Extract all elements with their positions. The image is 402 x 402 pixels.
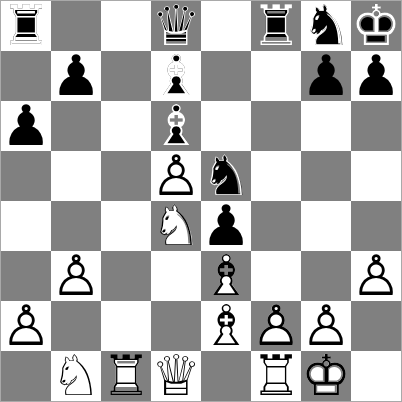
piece-fill-glyph: ♞ (201, 151, 251, 201)
square-g4[interactable] (301, 201, 351, 251)
piece-fill-glyph: ♛ (151, 351, 201, 401)
piece-outline-glyph: ♙ (251, 301, 301, 351)
piece-outline-glyph: ♗ (201, 251, 251, 301)
square-c6[interactable] (101, 101, 151, 151)
piece-black-rook[interactable]: ♜♖ (251, 1, 301, 51)
piece-fill-glyph: ♟ (251, 301, 301, 351)
square-f2[interactable]: ♟♙ (251, 301, 301, 351)
piece-fill-glyph: ♟ (201, 201, 251, 251)
piece-outline-glyph: ♖ (1, 1, 51, 51)
square-h6[interactable] (351, 101, 401, 151)
piece-fill-glyph: ♛ (151, 1, 201, 51)
piece-white-pawn[interactable]: ♟♙ (251, 301, 301, 351)
square-g6[interactable] (301, 101, 351, 151)
piece-fill-glyph: ♚ (301, 351, 351, 401)
square-a3[interactable] (1, 251, 51, 301)
piece-outline-glyph: ♘ (51, 351, 101, 401)
piece-fill-glyph: ♝ (151, 51, 201, 101)
square-c7[interactable] (101, 51, 151, 101)
chess-board: ♜♖♛♕♜♖♞♘♚♔♟♝♗♟♟♟♝♗♟♙♞♘♞♘♟♟♙♝♗♟♙♟♙♝♗♟♙♟♙♞… (1, 1, 401, 401)
square-e8[interactable] (201, 1, 251, 51)
square-a8[interactable]: ♜♖ (1, 1, 51, 51)
piece-fill-glyph: ♝ (201, 301, 251, 351)
square-d2[interactable] (151, 301, 201, 351)
square-a7[interactable] (1, 51, 51, 101)
square-f4[interactable] (251, 201, 301, 251)
square-e3[interactable]: ♝♗ (201, 251, 251, 301)
piece-black-pawn[interactable]: ♟ (1, 101, 51, 151)
piece-black-pawn[interactable]: ♟ (51, 51, 101, 101)
piece-outline-glyph: ♕ (151, 1, 201, 51)
square-d4[interactable]: ♞♘ (151, 201, 201, 251)
piece-white-bishop[interactable]: ♝♗ (201, 301, 251, 351)
square-c1[interactable]: ♜♖ (101, 351, 151, 401)
square-f3[interactable] (251, 251, 301, 301)
square-d7[interactable]: ♝♗ (151, 51, 201, 101)
square-f8[interactable]: ♜♖ (251, 1, 301, 51)
piece-fill-glyph: ♜ (1, 1, 51, 51)
piece-outline-glyph: ♗ (151, 101, 201, 151)
piece-fill-glyph: ♟ (1, 301, 51, 351)
piece-outline-glyph: ♙ (1, 301, 51, 351)
square-c2[interactable] (101, 301, 151, 351)
square-c5[interactable] (101, 151, 151, 201)
piece-fill-glyph: ♟ (351, 51, 401, 101)
piece-white-bishop[interactable]: ♝♗ (201, 251, 251, 301)
piece-white-queen[interactable]: ♛♕ (151, 351, 201, 401)
piece-fill-glyph: ♟ (151, 151, 201, 201)
piece-fill-glyph: ♟ (301, 301, 351, 351)
square-h5[interactable] (351, 151, 401, 201)
square-e4[interactable]: ♟ (201, 201, 251, 251)
square-g1[interactable]: ♚♔ (301, 351, 351, 401)
square-c3[interactable] (101, 251, 151, 301)
piece-outline-glyph: ♗ (201, 301, 251, 351)
piece-black-king[interactable]: ♚♔ (351, 1, 401, 51)
square-b4[interactable] (51, 201, 101, 251)
piece-outline-glyph: ♔ (351, 1, 401, 51)
piece-black-queen[interactable]: ♛♕ (151, 1, 201, 51)
square-h3[interactable]: ♟♙ (351, 251, 401, 301)
square-g5[interactable] (301, 151, 351, 201)
square-h1[interactable] (351, 351, 401, 401)
square-h7[interactable]: ♟ (351, 51, 401, 101)
piece-outline-glyph: ♘ (151, 201, 201, 251)
piece-fill-glyph: ♟ (301, 51, 351, 101)
piece-white-pawn[interactable]: ♟♙ (151, 151, 201, 201)
square-a2[interactable]: ♟♙ (1, 301, 51, 351)
piece-white-pawn[interactable]: ♟♙ (301, 301, 351, 351)
square-b2[interactable] (51, 301, 101, 351)
square-b6[interactable] (51, 101, 101, 151)
square-b3[interactable]: ♟♙ (51, 251, 101, 301)
square-g8[interactable]: ♞♘ (301, 1, 351, 51)
square-d8[interactable]: ♛♕ (151, 1, 201, 51)
square-d3[interactable] (151, 251, 201, 301)
piece-black-knight[interactable]: ♞♘ (201, 151, 251, 201)
piece-outline-glyph: ♘ (301, 1, 351, 51)
square-h2[interactable] (351, 301, 401, 351)
piece-outline-glyph: ♔ (301, 351, 351, 401)
piece-black-pawn[interactable]: ♟ (301, 51, 351, 101)
piece-white-knight[interactable]: ♞♘ (151, 201, 201, 251)
square-d6[interactable]: ♝♗ (151, 101, 201, 151)
square-b7[interactable]: ♟ (51, 51, 101, 101)
piece-white-pawn[interactable]: ♟♙ (51, 251, 101, 301)
square-e5[interactable]: ♞♘ (201, 151, 251, 201)
chess-board-frame: ♜♖♛♕♜♖♞♘♚♔♟♝♗♟♟♟♝♗♟♙♞♘♞♘♟♟♙♝♗♟♙♟♙♝♗♟♙♟♙♞… (0, 0, 402, 402)
piece-outline-glyph: ♖ (101, 351, 151, 401)
square-b5[interactable] (51, 151, 101, 201)
square-a4[interactable] (1, 201, 51, 251)
piece-white-king[interactable]: ♚♔ (301, 351, 351, 401)
piece-white-rook[interactable]: ♜♖ (101, 351, 151, 401)
square-f7[interactable] (251, 51, 301, 101)
piece-black-pawn[interactable]: ♟ (351, 51, 401, 101)
square-a5[interactable] (1, 151, 51, 201)
piece-outline-glyph: ♙ (351, 251, 401, 301)
piece-fill-glyph: ♜ (251, 1, 301, 51)
piece-outline-glyph: ♖ (251, 1, 301, 51)
piece-fill-glyph: ♞ (301, 1, 351, 51)
square-d1[interactable]: ♛♕ (151, 351, 201, 401)
piece-fill-glyph: ♜ (101, 351, 151, 401)
piece-fill-glyph: ♝ (151, 101, 201, 151)
piece-fill-glyph: ♞ (51, 351, 101, 401)
square-f6[interactable] (251, 101, 301, 151)
square-b8[interactable] (51, 1, 101, 51)
piece-outline-glyph: ♕ (151, 351, 201, 401)
piece-black-knight[interactable]: ♞♘ (301, 1, 351, 51)
square-h8[interactable]: ♚♔ (351, 1, 401, 51)
piece-outline-glyph: ♘ (201, 151, 251, 201)
piece-fill-glyph: ♟ (351, 251, 401, 301)
square-b1[interactable]: ♞♘ (51, 351, 101, 401)
piece-fill-glyph: ♟ (51, 51, 101, 101)
square-e2[interactable]: ♝♗ (201, 301, 251, 351)
square-d5[interactable]: ♟♙ (151, 151, 201, 201)
piece-fill-glyph: ♝ (201, 251, 251, 301)
square-a1[interactable] (1, 351, 51, 401)
piece-outline-glyph: ♙ (51, 251, 101, 301)
square-e6[interactable] (201, 101, 251, 151)
square-g3[interactable] (301, 251, 351, 301)
piece-outline-glyph: ♙ (301, 301, 351, 351)
piece-white-rook[interactable]: ♜♖ (251, 351, 301, 401)
square-e7[interactable] (201, 51, 251, 101)
square-a6[interactable]: ♟ (1, 101, 51, 151)
piece-black-pawn[interactable]: ♟ (201, 201, 251, 251)
piece-fill-glyph: ♞ (151, 201, 201, 251)
piece-white-pawn[interactable]: ♟♙ (351, 251, 401, 301)
piece-white-pawn[interactable]: ♟♙ (1, 301, 51, 351)
square-h4[interactable] (351, 201, 401, 251)
square-e1[interactable] (201, 351, 251, 401)
square-c8[interactable] (101, 1, 151, 51)
square-f5[interactable] (251, 151, 301, 201)
square-c4[interactable] (101, 201, 151, 251)
piece-black-rook[interactable]: ♜♖ (1, 1, 51, 51)
square-g2[interactable]: ♟♙ (301, 301, 351, 351)
square-g7[interactable]: ♟ (301, 51, 351, 101)
piece-fill-glyph: ♚ (351, 1, 401, 51)
piece-fill-glyph: ♟ (1, 101, 51, 151)
piece-fill-glyph: ♟ (51, 251, 101, 301)
piece-white-knight[interactable]: ♞♘ (51, 351, 101, 401)
piece-fill-glyph: ♜ (251, 351, 301, 401)
piece-black-bishop[interactable]: ♝♗ (151, 51, 201, 101)
piece-outline-glyph: ♗ (151, 51, 201, 101)
piece-black-bishop[interactable]: ♝♗ (151, 101, 201, 151)
square-f1[interactable]: ♜♖ (251, 351, 301, 401)
piece-outline-glyph: ♖ (251, 351, 301, 401)
piece-outline-glyph: ♙ (151, 151, 201, 201)
